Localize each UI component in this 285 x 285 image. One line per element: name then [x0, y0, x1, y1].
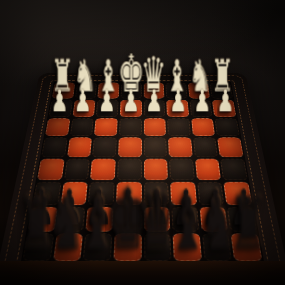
- square-leather-patch: [94, 118, 118, 136]
- square-leather-patch: [215, 118, 240, 136]
- square-f3[interactable]: [93, 117, 119, 137]
- playing-area: ♜♞♝♚♛♝♞♜♟♟♟♟♟♟♟♟♟♟♟♟♟♟♟♟♜♞♝♚♛♝♞♜: [21, 82, 264, 262]
- piece-white-pawn[interactable]: ♟: [217, 87, 234, 117]
- square-g2[interactable]: ♟: [71, 99, 96, 117]
- square-leather-patch: [37, 159, 65, 180]
- piece-white-pawn[interactable]: ♟: [98, 87, 115, 117]
- square-leather-patch: [118, 137, 142, 157]
- square-leather-patch: [191, 118, 215, 136]
- perspective-wrapper: ♜♞♝♚♛♝♞♜♟♟♟♟♟♟♟♟♟♟♟♟♟♟♟♟♜♞♝♚♛♝♞♜: [0, 0, 285, 285]
- chess-board: ♜♞♝♚♛♝♞♜♟♟♟♟♟♟♟♟♟♟♟♟♟♟♟♟♜♞♝♚♛♝♞♜: [0, 73, 285, 281]
- square-leather-patch: [64, 159, 91, 180]
- square-d2[interactable]: ♟: [143, 99, 167, 117]
- square-f2[interactable]: ♟: [95, 99, 120, 117]
- square-d3[interactable]: [143, 117, 168, 137]
- square-f4[interactable]: [91, 137, 118, 158]
- square-leather-patch: [45, 118, 70, 136]
- table-surface: [0, 261, 285, 285]
- square-g4[interactable]: [66, 137, 94, 158]
- square-b5[interactable]: [194, 158, 223, 181]
- square-g3[interactable]: [69, 117, 95, 137]
- square-leather-patch: [195, 159, 222, 180]
- square-c2[interactable]: ♟: [165, 99, 190, 117]
- piece-white-pawn[interactable]: ♟: [193, 87, 210, 117]
- square-h4[interactable]: [40, 137, 69, 158]
- piece-white-pawn[interactable]: ♟: [51, 87, 68, 117]
- square-d4[interactable]: [143, 137, 169, 158]
- square-b4[interactable]: [192, 137, 220, 158]
- square-h2[interactable]: ♟: [47, 99, 73, 117]
- square-h5[interactable]: [36, 158, 66, 181]
- square-leather-patch: [67, 137, 92, 157]
- square-e4[interactable]: [117, 137, 143, 158]
- square-c3[interactable]: [166, 117, 192, 137]
- square-a8[interactable]: ♜: [230, 233, 264, 263]
- square-g5[interactable]: [62, 158, 91, 181]
- square-leather-patch: [193, 137, 218, 157]
- square-leather-patch: [143, 137, 167, 157]
- square-leather-patch: [167, 118, 191, 136]
- square-leather-patch: [143, 118, 166, 136]
- piece-black-rook[interactable]: ♜: [230, 189, 268, 261]
- square-leather-patch: [70, 118, 94, 136]
- square-b3[interactable]: [190, 117, 216, 137]
- piece-white-pawn[interactable]: ♟: [74, 87, 91, 117]
- square-leather-patch: [119, 118, 142, 136]
- square-a4[interactable]: [216, 137, 245, 158]
- square-leather-patch: [220, 159, 248, 180]
- square-b2[interactable]: ♟: [188, 99, 213, 117]
- square-c4[interactable]: [167, 137, 194, 158]
- square-a3[interactable]: [214, 117, 241, 137]
- square-h3[interactable]: [44, 117, 71, 137]
- square-e2[interactable]: ♟: [119, 99, 143, 117]
- square-leather-patch: [218, 137, 244, 157]
- square-leather-patch: [41, 137, 67, 157]
- square-a2[interactable]: ♟: [211, 99, 237, 117]
- square-e3[interactable]: [118, 117, 143, 137]
- square-a5[interactable]: [219, 158, 249, 181]
- piece-white-pawn[interactable]: ♟: [169, 87, 186, 117]
- piece-white-pawn[interactable]: ♟: [146, 87, 163, 117]
- piece-white-pawn[interactable]: ♟: [122, 87, 139, 117]
- square-leather-patch: [92, 137, 117, 157]
- square-c8[interactable]: ♝: [172, 233, 204, 263]
- chessboard-photo-scene: ♜♞♝♚♛♝♞♜♟♟♟♟♟♟♟♟♟♟♟♟♟♟♟♟♜♞♝♚♛♝♞♜: [0, 0, 285, 285]
- square-leather-patch: [168, 137, 193, 157]
